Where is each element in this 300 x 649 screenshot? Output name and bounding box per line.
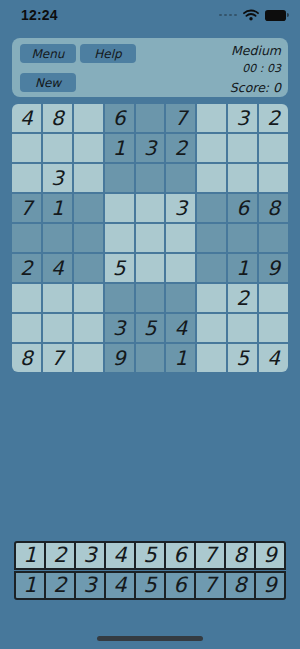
sudoku-cell-r8c5[interactable]: 5 [136, 314, 165, 342]
sudoku-cell-r9c5[interactable] [136, 344, 165, 372]
sudoku-cell-r8c3[interactable] [74, 314, 103, 342]
sudoku-cell-r7c8[interactable]: 2 [228, 284, 257, 312]
sudoku-cell-r1c6[interactable]: 7 [166, 104, 195, 132]
sudoku-cell-r3c1[interactable] [12, 164, 41, 192]
sudoku-cell-r3c6[interactable] [166, 164, 195, 192]
sudoku-cell-r2c8[interactable] [228, 134, 257, 162]
sudoku-cell-r9c4[interactable]: 9 [105, 344, 134, 372]
sudoku-cell-r5c7[interactable] [197, 224, 226, 252]
help-button[interactable]: Help [80, 44, 136, 63]
sudoku-cell-r9c9[interactable]: 4 [259, 344, 288, 372]
sudoku-cell-r6c3[interactable] [74, 254, 103, 282]
pad-top-button-2[interactable]: 2 [44, 541, 76, 570]
difficulty-label: Medium [231, 43, 281, 58]
sudoku-cell-r1c4[interactable]: 6 [105, 104, 134, 132]
sudoku-cell-r2c4[interactable]: 1 [105, 134, 134, 162]
score-label: Score: 0 [230, 80, 281, 95]
sudoku-cell-r8c7[interactable] [197, 314, 226, 342]
pad-bottom-button-8[interactable]: 8 [224, 571, 256, 600]
header-panel: Menu Help New Medium 00 : 03 Score: 0 [12, 38, 288, 97]
sudoku-cell-r6c9[interactable]: 9 [259, 254, 288, 282]
sudoku-cell-r9c1[interactable]: 8 [12, 344, 41, 372]
sudoku-cell-r3c7[interactable] [197, 164, 226, 192]
timer-label: 00 : 03 [242, 62, 281, 75]
sudoku-cell-r5c4[interactable] [105, 224, 134, 252]
menu-button[interactable]: Menu [20, 44, 76, 63]
sudoku-cell-r7c3[interactable] [74, 284, 103, 312]
sudoku-cell-r1c5[interactable] [136, 104, 165, 132]
sudoku-cell-r1c3[interactable] [74, 104, 103, 132]
sudoku-cell-r7c2[interactable] [43, 284, 72, 312]
number-pad: 123456789123456789 [14, 541, 286, 600]
sudoku-cell-r9c6[interactable]: 1 [166, 344, 195, 372]
sudoku-cell-r7c5[interactable] [136, 284, 165, 312]
sudoku-cell-r9c8[interactable]: 5 [228, 344, 257, 372]
sudoku-cell-r5c3[interactable] [74, 224, 103, 252]
sudoku-cell-r5c1[interactable] [12, 224, 41, 252]
sudoku-cell-r4c7[interactable] [197, 194, 226, 222]
sudoku-cell-r3c4[interactable] [105, 164, 134, 192]
sudoku-cell-r9c7[interactable] [197, 344, 226, 372]
sudoku-cell-r1c2[interactable]: 8 [43, 104, 72, 132]
pad-top-button-9[interactable]: 9 [254, 541, 286, 570]
status-time: 12:24 [21, 7, 58, 23]
sudoku-cell-r4c3[interactable] [74, 194, 103, 222]
pad-bottom-button-7[interactable]: 7 [194, 571, 226, 600]
sudoku-cell-r2c7[interactable] [197, 134, 226, 162]
status-icons [219, 9, 286, 21]
sudoku-cell-r5c8[interactable] [228, 224, 257, 252]
sudoku-cell-r8c2[interactable] [43, 314, 72, 342]
sudoku-cell-r4c4[interactable] [105, 194, 134, 222]
sudoku-cell-r4c6[interactable]: 3 [166, 194, 195, 222]
sudoku-cell-r3c2[interactable]: 3 [43, 164, 72, 192]
sudoku-cell-r3c5[interactable] [136, 164, 165, 192]
sudoku-cell-r1c7[interactable] [197, 104, 226, 132]
sudoku-cell-r7c4[interactable] [105, 284, 134, 312]
sudoku-cell-r3c9[interactable] [259, 164, 288, 192]
sudoku-cell-r5c2[interactable] [43, 224, 72, 252]
sudoku-cell-r4c5[interactable] [136, 194, 165, 222]
sudoku-cell-r2c5[interactable]: 3 [136, 134, 165, 162]
pad-bottom-button-6[interactable]: 6 [164, 571, 196, 600]
pad-top-button-6[interactable]: 6 [164, 541, 196, 570]
sudoku-cell-r8c1[interactable] [12, 314, 41, 342]
pad-bottom-button-9[interactable]: 9 [254, 571, 286, 600]
battery-icon [265, 10, 286, 21]
sudoku-cell-r4c8[interactable]: 6 [228, 194, 257, 222]
sudoku-cell-r6c4[interactable]: 5 [105, 254, 134, 282]
number-pad-row-1: 123456789 [14, 541, 286, 570]
sudoku-cell-r8c4[interactable]: 3 [105, 314, 134, 342]
sudoku-cell-r2c6[interactable]: 2 [166, 134, 195, 162]
pad-top-button-7[interactable]: 7 [194, 541, 226, 570]
sudoku-cell-r6c7[interactable] [197, 254, 226, 282]
sudoku-cell-r6c8[interactable]: 1 [228, 254, 257, 282]
sudoku-cell-r5c5[interactable] [136, 224, 165, 252]
pad-top-button-3[interactable]: 3 [74, 541, 106, 570]
sudoku-cell-r6c1[interactable]: 2 [12, 254, 41, 282]
sudoku-board: 486732132371368245192354879154 [12, 104, 288, 372]
pad-top-button-1[interactable]: 1 [14, 541, 46, 570]
sudoku-cell-r1c9[interactable]: 2 [259, 104, 288, 132]
sudoku-cell-r3c8[interactable] [228, 164, 257, 192]
sudoku-cell-r3c3[interactable] [74, 164, 103, 192]
sudoku-cell-r6c5[interactable] [136, 254, 165, 282]
cellular-signal-icon [219, 14, 237, 17]
pad-bottom-button-4[interactable]: 4 [104, 571, 136, 600]
sudoku-cell-r4c1[interactable]: 7 [12, 194, 41, 222]
pad-bottom-button-2[interactable]: 2 [44, 571, 76, 600]
sudoku-cell-r8c8[interactable] [228, 314, 257, 342]
sudoku-cell-r9c2[interactable]: 7 [43, 344, 72, 372]
sudoku-cell-r1c1[interactable]: 4 [12, 104, 41, 132]
sudoku-cell-r8c9[interactable] [259, 314, 288, 342]
sudoku-cell-r2c1[interactable] [12, 134, 41, 162]
sudoku-cell-r7c1[interactable] [12, 284, 41, 312]
pad-top-button-8[interactable]: 8 [224, 541, 256, 570]
sudoku-cell-r1c8[interactable]: 3 [228, 104, 257, 132]
sudoku-cell-r2c2[interactable] [43, 134, 72, 162]
pad-bottom-button-5[interactable]: 5 [134, 571, 166, 600]
sudoku-cell-r6c6[interactable] [166, 254, 195, 282]
sudoku-cell-r7c7[interactable] [197, 284, 226, 312]
wifi-icon [243, 9, 259, 21]
pad-top-button-5[interactable]: 5 [134, 541, 166, 570]
sudoku-cell-r4c2[interactable]: 1 [43, 194, 72, 222]
home-indicator[interactable] [97, 636, 203, 641]
pad-bottom-button-3[interactable]: 3 [74, 571, 106, 600]
new-button[interactable]: New [20, 73, 76, 92]
sudoku-cell-r2c9[interactable] [259, 134, 288, 162]
sudoku-cell-r5c9[interactable] [259, 224, 288, 252]
sudoku-cell-r8c6[interactable]: 4 [166, 314, 195, 342]
sudoku-cell-r2c3[interactable] [74, 134, 103, 162]
pad-bottom-button-1[interactable]: 1 [14, 571, 46, 600]
status-bar: 12:24 [0, 0, 300, 32]
number-pad-row-2: 123456789 [14, 571, 286, 600]
sudoku-cell-r7c9[interactable] [259, 284, 288, 312]
sudoku-cell-r5c6[interactable] [166, 224, 195, 252]
sudoku-cell-r4c9[interactable]: 8 [259, 194, 288, 222]
sudoku-cell-r6c2[interactable]: 4 [43, 254, 72, 282]
pad-top-button-4[interactable]: 4 [104, 541, 136, 570]
sudoku-cell-r7c6[interactable] [166, 284, 195, 312]
sudoku-cell-r9c3[interactable] [74, 344, 103, 372]
